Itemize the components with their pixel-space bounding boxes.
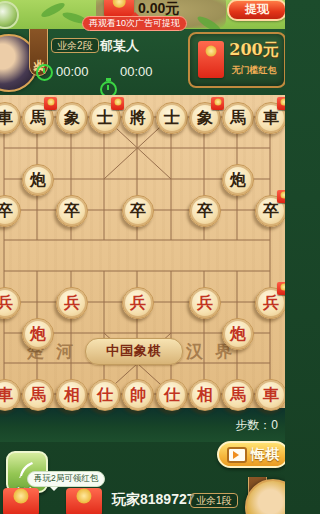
wallet-red-envelope-icon[interactable]	[104, 0, 134, 17]
piece-red-馬[interactable]: 馬	[22, 379, 54, 411]
step-counter: 步数：0	[235, 417, 278, 434]
piece-black-士[interactable]: 士	[89, 102, 121, 134]
red-packet-amount: 200元	[228, 40, 280, 61]
piece-red-envelope-badge[interactable]	[211, 97, 224, 110]
piece-red-兵[interactable]: 兵	[122, 287, 154, 319]
undo-move-button[interactable]: 悔棋	[217, 441, 285, 468]
piece-red-相[interactable]: 相	[189, 379, 221, 411]
piece-red-炮[interactable]: 炮	[22, 318, 54, 350]
piece-black-士[interactable]: 士	[156, 102, 188, 134]
piece-red-兵[interactable]: 兵	[189, 287, 221, 319]
red-envelope-icon	[198, 41, 224, 78]
piece-red-相[interactable]: 相	[56, 379, 88, 411]
player-name: 玩家8189727	[112, 491, 195, 509]
piece-red-帥[interactable]: 帥	[122, 379, 154, 411]
piece-red-兵[interactable]: 兵	[56, 287, 88, 319]
piece-red-envelope-badge[interactable]	[111, 97, 124, 110]
piece-red-車[interactable]: 車	[255, 379, 285, 411]
piece-black-象[interactable]: 象	[56, 102, 88, 134]
move-timer: 00:00	[120, 64, 153, 79]
opponent-rank-label: 业余2段	[51, 38, 99, 53]
piece-red-車[interactable]: 車	[0, 379, 21, 411]
piece-red-仕[interactable]: 仕	[156, 379, 188, 411]
piece-red-兵[interactable]: 兵	[0, 287, 21, 319]
piece-red-馬[interactable]: 馬	[222, 379, 254, 411]
piece-red-envelope-badge[interactable]	[277, 282, 285, 295]
piece-black-將[interactable]: 將	[122, 102, 154, 134]
xiangqi-board[interactable]: 楚河 汉界 中国象棋 車馬象士將士象馬車炮炮卒卒卒卒卒兵兵兵兵兵炮炮車馬相仕帥仕…	[0, 95, 285, 408]
piece-red-仕[interactable]: 仕	[89, 379, 121, 411]
piece-black-卒[interactable]: 卒	[0, 195, 21, 227]
piece-black-卒[interactable]: 卒	[189, 195, 221, 227]
red-packet-caption: 无门槛红包	[226, 64, 282, 77]
ad-withdraw-tooltip: 再观看10次广告可提现	[82, 16, 187, 31]
game-timer: 00:00	[56, 64, 89, 79]
piece-black-車[interactable]: 車	[0, 102, 21, 134]
piece-black-卒[interactable]: 卒	[56, 195, 88, 227]
withdraw-button[interactable]: 提现	[227, 0, 285, 21]
piece-black-象[interactable]: 象	[189, 102, 221, 134]
piece-red-炮[interactable]: 炮	[222, 318, 254, 350]
reward-red-envelope-icon[interactable]	[3, 488, 39, 514]
piece-red-envelope-badge[interactable]	[44, 97, 57, 110]
piece-black-馬[interactable]: 馬	[22, 102, 54, 134]
brand-oval: 中国象棋	[85, 338, 183, 365]
game-clock-icon	[36, 64, 53, 81]
piece-black-馬[interactable]: 馬	[222, 102, 254, 134]
ad-video-icon	[227, 447, 247, 463]
piece-black-炮[interactable]: 炮	[222, 164, 254, 196]
bamboo-leaf-icon	[40, 0, 67, 19]
piece-black-車[interactable]: 車	[255, 102, 285, 134]
piece-red-兵[interactable]: 兵	[255, 287, 285, 319]
reward-red-envelope-icon[interactable]	[66, 488, 102, 514]
piece-red-envelope-badge[interactable]	[277, 97, 285, 110]
piece-black-卒[interactable]: 卒	[255, 195, 285, 227]
piece-black-炮[interactable]: 炮	[22, 164, 54, 196]
piece-black-卒[interactable]: 卒	[122, 195, 154, 227]
play-more-tooltip: 再玩2局可领红包	[27, 471, 105, 487]
undo-label: 悔棋	[251, 446, 279, 464]
player-rank-label: 业余1段	[190, 493, 238, 508]
piece-red-envelope-badge[interactable]	[277, 190, 285, 203]
opponent-name: 郁某人	[100, 37, 139, 55]
red-packet-promo[interactable]: 200元 无门槛红包	[188, 32, 285, 88]
